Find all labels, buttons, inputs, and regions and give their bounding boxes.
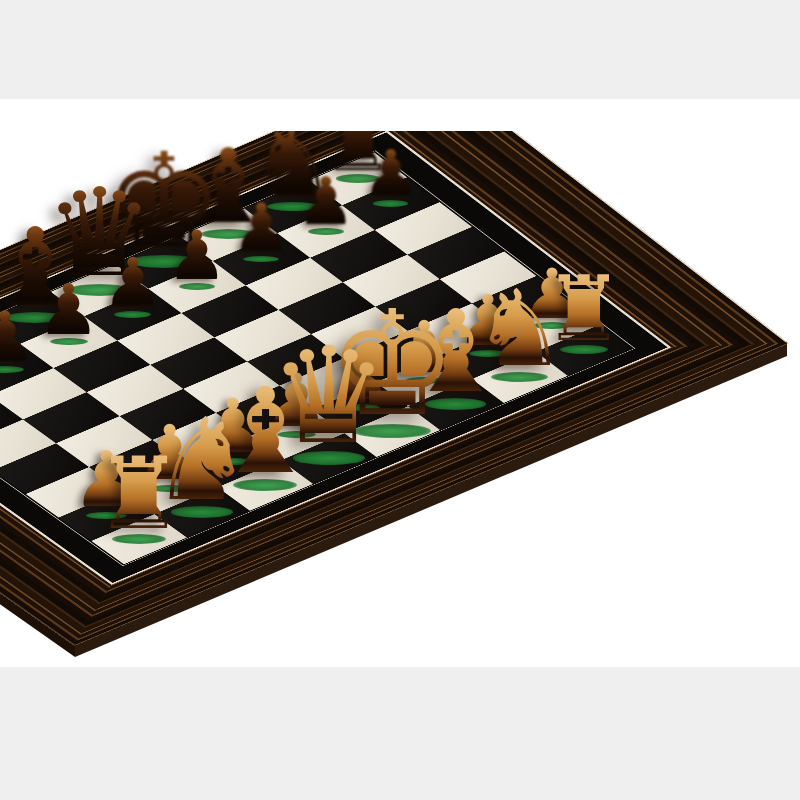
chess-board [0,99,787,645]
product-photo: ♜♞♝♛♚♝♞♜♟♟♟♟♟♟♟♟♟♟♟♟♟♟♟♟♜♞♝♛♚♝♞♜ [0,99,800,667]
photo-scene: ♜♞♝♛♚♝♞♜♟♟♟♟♟♟♟♟♟♟♟♟♟♟♟♟♜♞♝♛♚♝♞♜ [0,99,800,667]
